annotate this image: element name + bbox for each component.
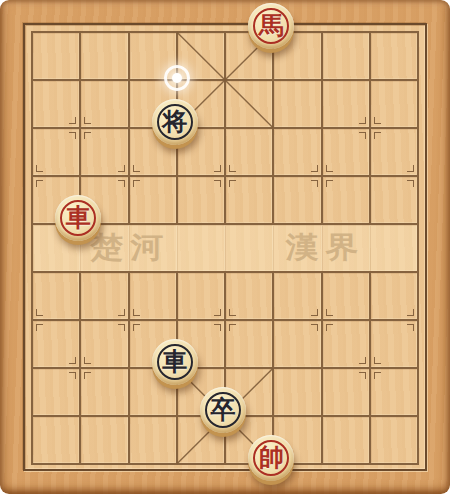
xiangqi-board[interactable]: 楚河 漢界 馬将車車卒帥 [0,0,450,494]
position-marker [69,372,76,379]
position-marker [84,117,91,124]
board-cell[interactable] [177,32,225,80]
board-cell[interactable] [273,368,321,416]
position-marker [118,324,125,331]
black-general-piece[interactable]: 将 [152,99,198,145]
position-marker [359,372,366,379]
board-cell[interactable] [225,80,273,128]
position-marker [359,117,366,124]
black-soldier-piece[interactable]: 卒 [200,387,246,433]
position-marker [407,165,414,172]
position-marker [133,324,140,331]
board-cell[interactable] [177,224,225,272]
position-marker [36,309,43,316]
board-cell[interactable] [273,224,321,272]
board-cell[interactable] [129,224,177,272]
position-marker [214,324,221,331]
red-horse-piece[interactable]: 馬 [248,3,294,49]
board-cell[interactable] [370,416,418,464]
position-marker [326,324,333,331]
board-cell[interactable] [273,80,321,128]
position-marker [374,357,381,364]
position-marker [326,309,333,316]
position-marker [374,117,381,124]
position-marker [36,324,43,331]
position-marker [229,180,236,187]
position-marker [84,372,91,379]
position-marker [69,132,76,139]
board-cell[interactable] [322,416,370,464]
position-marker [359,132,366,139]
position-marker [118,309,125,316]
position-marker [359,357,366,364]
piece-character: 車 [55,195,101,241]
red-chariot-piece[interactable]: 車 [55,195,101,241]
piece-character: 卒 [200,387,246,433]
position-marker [311,324,318,331]
board-cell[interactable] [80,32,128,80]
piece-character: 馬 [248,3,294,49]
position-marker [133,180,140,187]
position-marker [133,165,140,172]
black-chariot-piece[interactable]: 車 [152,339,198,385]
position-marker [214,165,221,172]
position-marker [69,117,76,124]
piece-character: 帥 [248,435,294,481]
position-marker [118,165,125,172]
position-marker [311,165,318,172]
position-marker [118,180,125,187]
position-marker [36,180,43,187]
red-general-piece[interactable]: 帥 [248,435,294,481]
position-marker [214,180,221,187]
position-marker [84,132,91,139]
board-cell[interactable] [322,224,370,272]
position-marker [311,180,318,187]
board-cell[interactable] [225,224,273,272]
position-marker [374,132,381,139]
piece-character: 将 [152,99,198,145]
position-marker [36,165,43,172]
position-marker [374,372,381,379]
board-cell[interactable] [80,416,128,464]
position-marker [229,309,236,316]
position-marker [214,309,221,316]
position-marker [229,324,236,331]
board-cell[interactable] [370,224,418,272]
position-marker [229,165,236,172]
position-marker [69,357,76,364]
position-marker [407,309,414,316]
piece-character: 車 [152,339,198,385]
position-marker [84,357,91,364]
board-cell[interactable] [32,32,80,80]
position-marker [326,165,333,172]
board-cell[interactable] [129,32,177,80]
position-marker [133,309,140,316]
position-marker [311,309,318,316]
position-marker [326,180,333,187]
position-marker [407,324,414,331]
position-marker [407,180,414,187]
board-cell[interactable] [370,32,418,80]
board-cell[interactable] [322,32,370,80]
board-cell[interactable] [129,416,177,464]
board-cell[interactable] [32,416,80,464]
